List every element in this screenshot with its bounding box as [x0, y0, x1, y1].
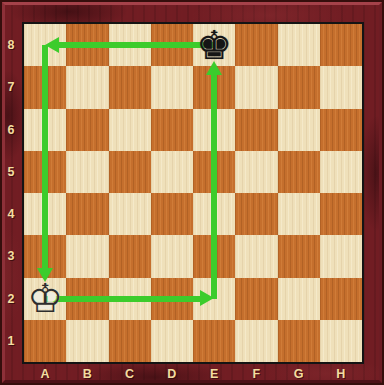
rank-label-8: 8	[0, 24, 22, 66]
file-label-E: E	[193, 364, 235, 383]
black-king[interactable]: ♚	[193, 24, 236, 67]
file-label-H: H	[320, 364, 362, 383]
file-label-F: F	[235, 364, 277, 383]
rank-label-4: 4	[0, 193, 22, 235]
rank-label-3: 3	[0, 235, 22, 277]
black-king-glyph: ♚	[193, 24, 236, 67]
rank-label-7: 7	[0, 66, 22, 108]
rank-label-2: 2	[0, 278, 22, 320]
chess-diagram: ♚♚♔ 87654321ABCDEFGH	[0, 0, 384, 385]
file-label-B: B	[66, 364, 108, 383]
pieces-layer: ♚♚♔	[0, 0, 384, 385]
file-label-D: D	[151, 364, 193, 383]
file-label-G: G	[278, 364, 320, 383]
white-king[interactable]: ♚♔	[24, 277, 67, 320]
white-king-outline-glyph: ♔	[24, 277, 67, 320]
rank-label-6: 6	[0, 109, 22, 151]
rank-label-1: 1	[0, 320, 22, 362]
file-label-C: C	[109, 364, 151, 383]
rank-label-5: 5	[0, 151, 22, 193]
file-label-A: A	[24, 364, 66, 383]
